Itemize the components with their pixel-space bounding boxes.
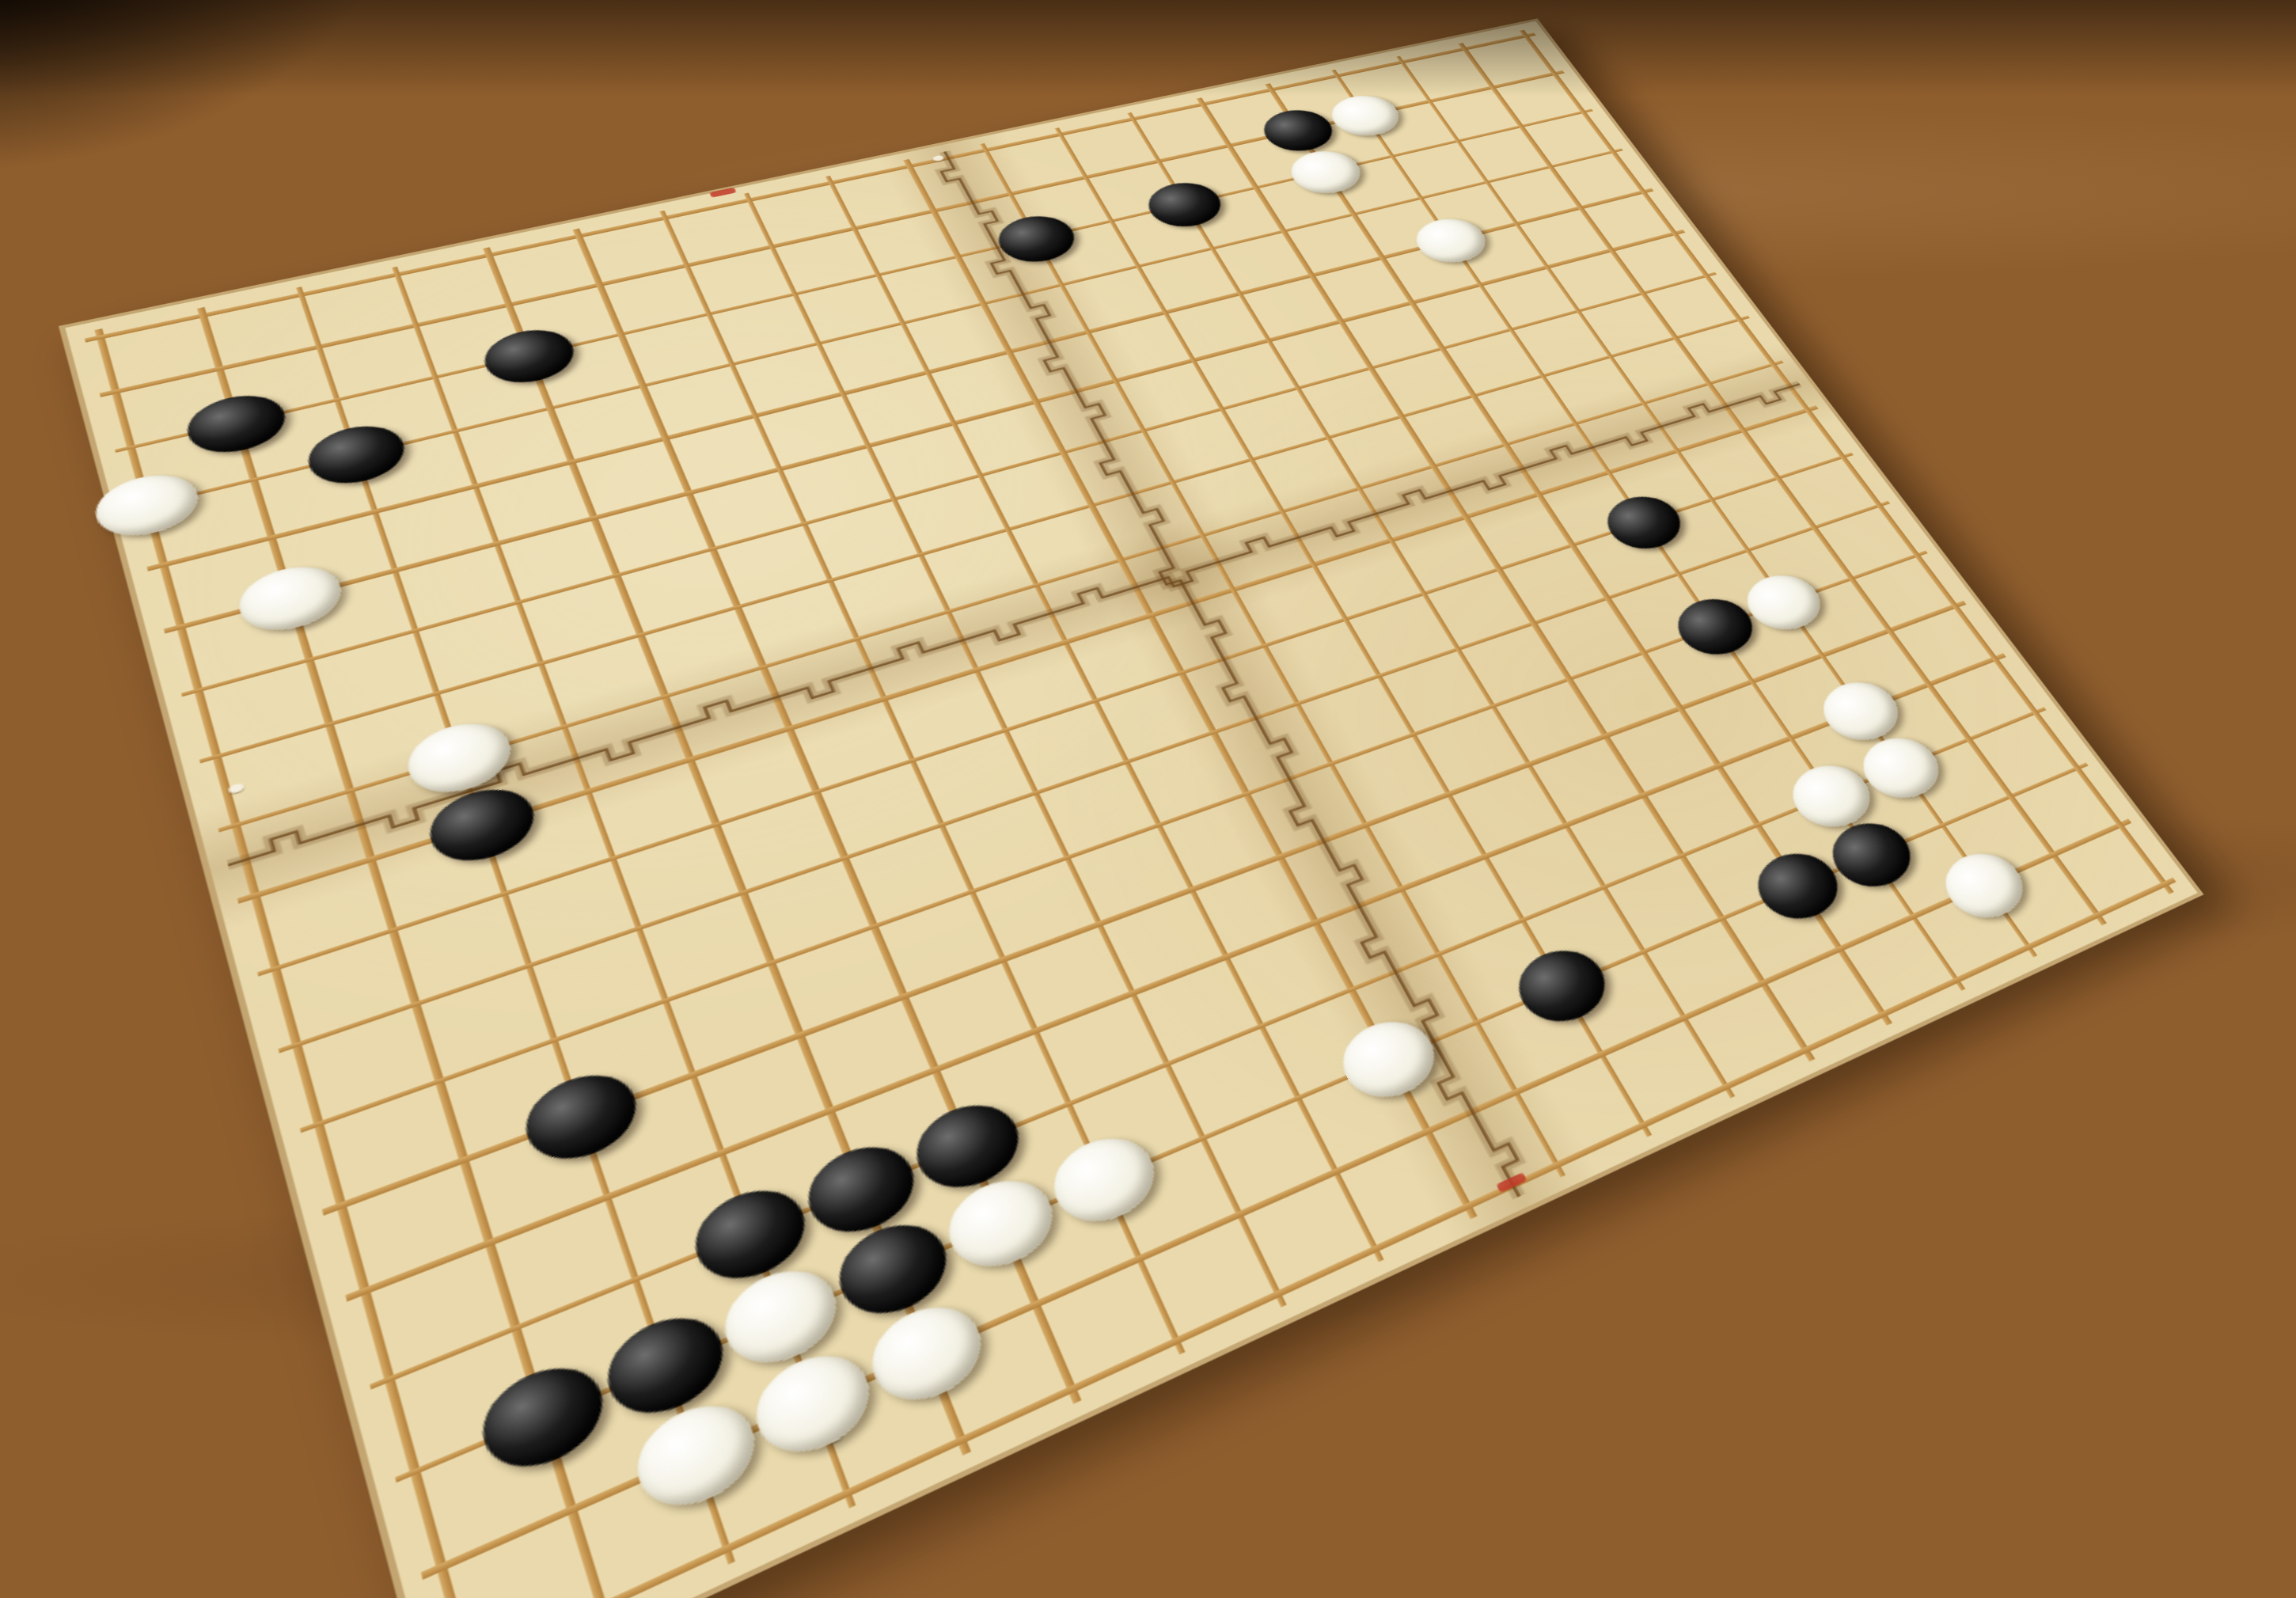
photo-go-game-on-table: { "game": "go", "image_type": "overhead-… [0, 0, 2296, 1598]
jigsaw-seam-vertical [932, 149, 1534, 1204]
